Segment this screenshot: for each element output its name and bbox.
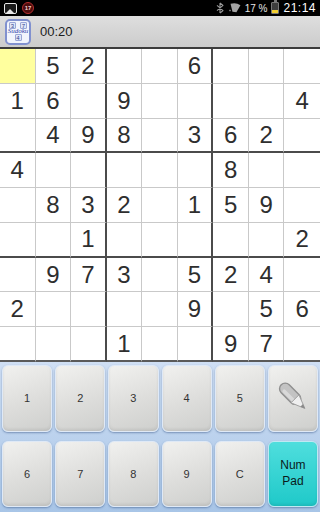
digit-button-2[interactable]: 2 — [55, 365, 105, 432]
sudoku-cell-r9c9[interactable] — [284, 327, 320, 362]
sudoku-cell-r4c1[interactable]: 4 — [0, 153, 36, 188]
pencil-icon — [276, 381, 310, 415]
bluetooth-icon — [216, 2, 224, 14]
sudoku-cell-r2c8[interactable] — [249, 84, 285, 119]
sudoku-cell-r9c1[interactable] — [0, 327, 36, 362]
sudoku-cell-r4c2[interactable] — [36, 153, 72, 188]
sudoku-cell-r3c4[interactable]: 8 — [107, 119, 143, 154]
numpad-label-line1: Num — [280, 458, 305, 472]
sudoku-cell-r3c9[interactable] — [284, 119, 320, 154]
sudoku-cell-r2c9[interactable]: 4 — [284, 84, 320, 119]
status-bar: 17 17 % 21:14 — [0, 0, 320, 16]
sudoku-cell-r9c5[interactable] — [142, 327, 178, 362]
sudoku-cell-r2c2[interactable]: 6 — [36, 84, 72, 119]
sudoku-app-icon: 3 7 Sudoku 4 — [5, 19, 31, 45]
sudoku-cell-r8c1[interactable]: 2 — [0, 292, 36, 327]
sudoku-cell-r8c4[interactable] — [107, 292, 143, 327]
sudoku-cell-r6c6[interactable] — [178, 223, 214, 258]
sudoku-cell-r4c5[interactable] — [142, 153, 178, 188]
sudoku-cell-r7c8[interactable]: 4 — [249, 258, 285, 293]
sudoku-cell-r3c2[interactable]: 4 — [36, 119, 72, 154]
numpad-toggle-button[interactable]: Num Pad — [268, 441, 318, 508]
sudoku-cell-r7c5[interactable] — [142, 258, 178, 293]
sudoku-cell-r2c5[interactable] — [142, 84, 178, 119]
sudoku-cell-r3c3[interactable]: 9 — [71, 119, 107, 154]
sudoku-cell-r8c5[interactable] — [142, 292, 178, 327]
sudoku-cell-r3c1[interactable] — [0, 119, 36, 154]
sudoku-cell-r1c8[interactable] — [249, 49, 285, 84]
numpad-label-line2: Pad — [282, 474, 303, 488]
sudoku-cell-r6c3[interactable]: 1 — [71, 223, 107, 258]
sudoku-cell-r1c6[interactable]: 6 — [178, 49, 214, 84]
sudoku-cell-r1c5[interactable] — [142, 49, 178, 84]
sudoku-cell-r7c1[interactable] — [0, 258, 36, 293]
sudoku-cell-r3c6[interactable]: 3 — [178, 119, 214, 154]
sudoku-cell-r5c9[interactable] — [284, 188, 320, 223]
sudoku-cell-r1c7[interactable] — [213, 49, 249, 84]
sudoku-cell-r1c4[interactable] — [107, 49, 143, 84]
sudoku-cell-r7c3[interactable]: 7 — [71, 258, 107, 293]
screenshot-notification-icon — [4, 3, 17, 14]
sudoku-cell-r6c5[interactable] — [142, 223, 178, 258]
sudoku-cell-r8c3[interactable] — [71, 292, 107, 327]
sudoku-cell-r2c4[interactable]: 9 — [107, 84, 143, 119]
sudoku-cell-r1c3[interactable]: 2 — [71, 49, 107, 84]
sudoku-cell-r5c1[interactable] — [0, 188, 36, 223]
app-icon-digit: 4 — [15, 34, 22, 41]
sudoku-cell-r3c5[interactable] — [142, 119, 178, 154]
battery-percent-label: 17 % — [245, 3, 268, 14]
sudoku-cell-r8c6[interactable]: 9 — [178, 292, 214, 327]
sudoku-cell-r9c8[interactable]: 7 — [249, 327, 285, 362]
digit-button-1[interactable]: 1 — [2, 365, 52, 432]
sudoku-cell-r4c3[interactable] — [71, 153, 107, 188]
sudoku-cell-r8c9[interactable]: 6 — [284, 292, 320, 327]
sudoku-cell-r6c1[interactable] — [0, 223, 36, 258]
sudoku-cell-r5c6[interactable]: 1 — [178, 188, 214, 223]
sudoku-cell-r5c3[interactable]: 3 — [71, 188, 107, 223]
keypad-row-2: 6 7 8 9 C Num Pad — [2, 441, 318, 508]
sudoku-cell-r9c6[interactable] — [178, 327, 214, 362]
sudoku-cell-r7c4[interactable]: 3 — [107, 258, 143, 293]
clock-label: 21:14 — [283, 1, 316, 15]
sudoku-cell-r2c6[interactable] — [178, 84, 214, 119]
sudoku-cell-r5c4[interactable]: 2 — [107, 188, 143, 223]
sudoku-cell-r3c8[interactable]: 2 — [249, 119, 285, 154]
sudoku-cell-r4c9[interactable] — [284, 153, 320, 188]
sudoku-cell-r6c8[interactable] — [249, 223, 285, 258]
notification-badge-icon: 17 — [22, 2, 34, 14]
sudoku-cell-r9c7[interactable]: 9 — [213, 327, 249, 362]
game-timer: 00:20 — [40, 24, 73, 39]
sudoku-cell-r2c1[interactable]: 1 — [0, 84, 36, 119]
sudoku-cell-r1c2[interactable]: 5 — [36, 49, 72, 84]
digit-button-6[interactable]: 6 — [2, 441, 52, 508]
keypad-row-1: 1 2 3 4 5 — [2, 365, 318, 432]
sudoku-cell-r3c7[interactable]: 6 — [213, 119, 249, 154]
digit-button-5[interactable]: 5 — [215, 365, 265, 432]
sudoku-cell-r7c9[interactable] — [284, 258, 320, 293]
digit-button-4[interactable]: 4 — [162, 365, 212, 432]
wifi-icon — [228, 2, 241, 14]
digit-button-9[interactable]: 9 — [162, 441, 212, 508]
sudoku-cell-r7c7[interactable]: 2 — [213, 258, 249, 293]
digit-button-8[interactable]: 8 — [108, 441, 158, 508]
sudoku-cell-r8c8[interactable]: 5 — [249, 292, 285, 327]
sudoku-cell-r1c1[interactable] — [0, 49, 36, 84]
sudoku-cell-r6c7[interactable] — [213, 223, 249, 258]
sudoku-cell-r7c2[interactable]: 9 — [36, 258, 72, 293]
sudoku-cell-r8c2[interactable] — [36, 292, 72, 327]
sudoku-cell-r2c3[interactable] — [71, 84, 107, 119]
sudoku-cell-r9c4[interactable]: 1 — [107, 327, 143, 362]
app-bar: 3 7 Sudoku 4 00:20 — [0, 16, 320, 47]
sudoku-cell-r5c5[interactable] — [142, 188, 178, 223]
sudoku-cell-r5c8[interactable]: 9 — [249, 188, 285, 223]
digit-button-3[interactable]: 3 — [108, 365, 158, 432]
sudoku-cell-r6c4[interactable] — [107, 223, 143, 258]
pencil-mode-button[interactable] — [268, 365, 318, 432]
sudoku-cell-r4c6[interactable] — [178, 153, 214, 188]
digit-button-7[interactable]: 7 — [55, 441, 105, 508]
sudoku-cell-r9c2[interactable] — [36, 327, 72, 362]
sudoku-board: 526169449836248832159129735242956197 — [0, 47, 320, 362]
sudoku-cell-r4c4[interactable] — [107, 153, 143, 188]
sudoku-cell-r6c9[interactable]: 2 — [284, 223, 320, 258]
sudoku-cell-r1c9[interactable] — [284, 49, 320, 84]
clear-button[interactable]: C — [215, 441, 265, 508]
sudoku-cell-r5c7[interactable]: 5 — [213, 188, 249, 223]
sudoku-cell-r4c8[interactable] — [249, 153, 285, 188]
sudoku-cell-r2c7[interactable] — [213, 84, 249, 119]
sudoku-cell-r6c2[interactable] — [36, 223, 72, 258]
battery-icon — [271, 2, 279, 14]
sudoku-cell-r4c7[interactable]: 8 — [213, 153, 249, 188]
sudoku-cell-r8c7[interactable] — [213, 292, 249, 327]
keypad: 1 2 3 4 5 6 7 8 9 C Num Pad — [0, 362, 320, 512]
sudoku-cell-r9c3[interactable] — [71, 327, 107, 362]
sudoku-cell-r7c6[interactable]: 5 — [178, 258, 214, 293]
sudoku-cell-r5c2[interactable]: 8 — [36, 188, 72, 223]
